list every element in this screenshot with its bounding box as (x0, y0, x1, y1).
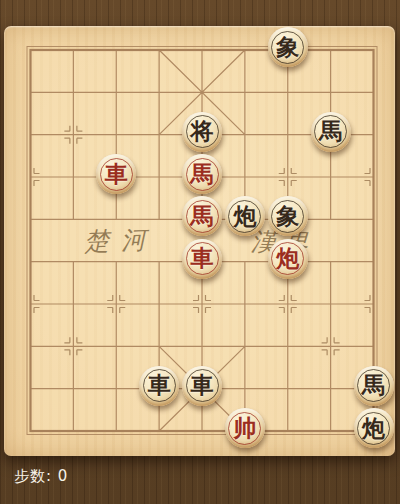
piece-black-general[interactable]: 将 (182, 112, 222, 152)
pieces-layer: 象将馬車馬馬炮象車炮車車馬帅炮 (0, 0, 400, 504)
piece-red-general[interactable]: 帅 (225, 408, 265, 448)
piece-glyph: 帅 (233, 417, 256, 440)
piece-glyph: 象 (276, 36, 299, 59)
game-screen: 楚河 漢界 象将馬車馬馬炮象車炮車車馬帅炮 步数: 0 (0, 0, 400, 504)
piece-glyph: 馬 (191, 163, 214, 186)
piece-glyph: 象 (276, 205, 299, 228)
piece-glyph: 車 (105, 163, 128, 186)
piece-glyph: 馬 (191, 205, 214, 228)
piece-glyph: 車 (191, 247, 214, 270)
piece-black-cannon[interactable]: 炮 (225, 196, 265, 236)
piece-glyph: 将 (191, 120, 214, 143)
piece-black-horse[interactable]: 馬 (354, 366, 394, 406)
piece-glyph: 炮 (233, 205, 256, 228)
piece-glyph: 馬 (319, 120, 342, 143)
move-counter: 步数: 0 (14, 467, 68, 486)
piece-red-chariot[interactable]: 車 (182, 239, 222, 279)
piece-black-horse[interactable]: 馬 (311, 112, 351, 152)
piece-black-chariot[interactable]: 車 (139, 366, 179, 406)
piece-red-horse[interactable]: 馬 (182, 196, 222, 236)
piece-red-cannon[interactable]: 炮 (268, 239, 308, 279)
piece-black-cannon[interactable]: 炮 (354, 408, 394, 448)
piece-black-elephant[interactable]: 象 (268, 196, 308, 236)
piece-glyph: 炮 (276, 247, 299, 270)
piece-red-horse[interactable]: 馬 (182, 154, 222, 194)
piece-red-chariot[interactable]: 車 (96, 154, 136, 194)
piece-glyph: 車 (148, 374, 171, 397)
piece-black-chariot[interactable]: 車 (182, 366, 222, 406)
piece-black-elephant[interactable]: 象 (268, 27, 308, 67)
piece-glyph: 馬 (362, 374, 385, 397)
piece-glyph: 炮 (362, 417, 385, 440)
piece-glyph: 車 (191, 374, 214, 397)
